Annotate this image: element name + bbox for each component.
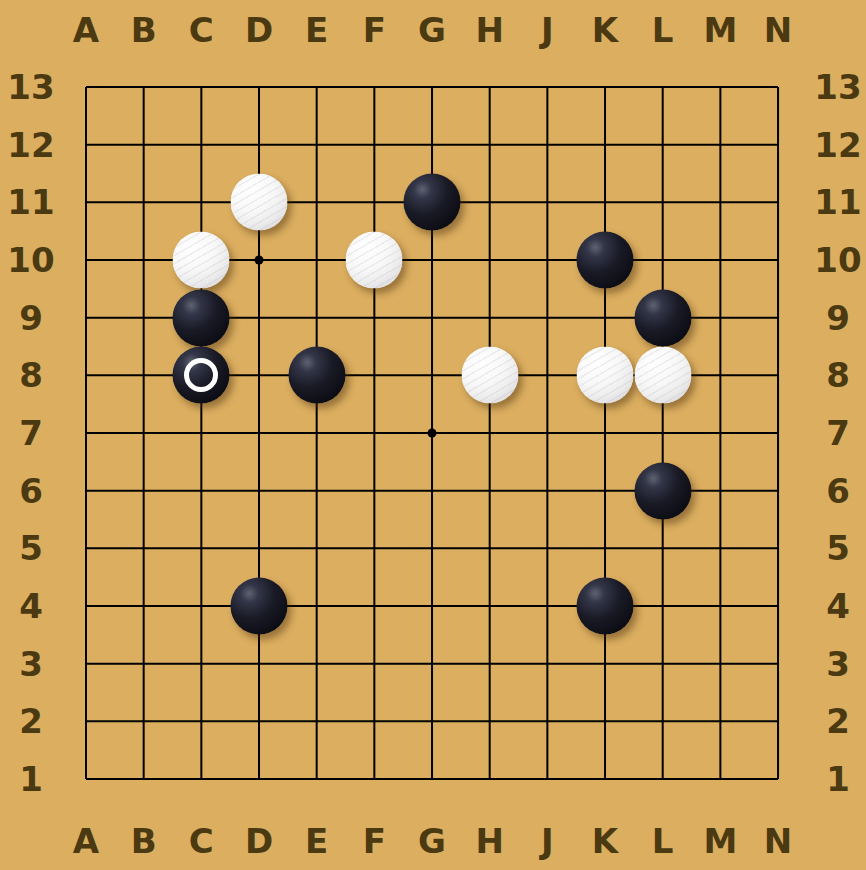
black-stone-D4: ● xyxy=(230,577,287,634)
row-label-left-2: 2 xyxy=(19,704,43,738)
intersection-N1[interactable] xyxy=(749,750,807,808)
col-label-top-D: D xyxy=(245,13,273,47)
white-stone-C10: ○ xyxy=(173,231,230,288)
intersection-G6[interactable] xyxy=(403,462,461,520)
col-label-bottom-L: L xyxy=(652,824,674,858)
intersection-A8[interactable] xyxy=(57,346,115,404)
intersection-N2[interactable] xyxy=(749,692,807,750)
intersection-K7[interactable] xyxy=(576,404,634,462)
intersection-H12[interactable] xyxy=(461,116,519,174)
intersection-A2[interactable] xyxy=(57,692,115,750)
intersection-M3[interactable] xyxy=(691,635,749,693)
row-label-left-11: 11 xyxy=(7,185,54,219)
intersection-H10[interactable] xyxy=(461,231,519,289)
intersection-K11[interactable] xyxy=(576,173,634,231)
last-move-marker xyxy=(184,358,218,392)
intersection-B3[interactable] xyxy=(115,635,173,693)
white-stone-F10: ○ xyxy=(346,231,403,288)
intersection-J3[interactable] xyxy=(518,635,576,693)
intersection-E12[interactable] xyxy=(288,116,346,174)
black-stone-L9: ● xyxy=(634,289,691,346)
intersection-L5[interactable] xyxy=(634,519,692,577)
intersection-G13[interactable] xyxy=(403,58,461,116)
intersection-M7[interactable] xyxy=(691,404,749,462)
intersection-F4[interactable] xyxy=(345,577,403,635)
col-label-bottom-D: D xyxy=(245,824,273,858)
intersection-K3[interactable] xyxy=(576,635,634,693)
col-label-top-H: H xyxy=(475,13,503,47)
col-label-bottom-C: C xyxy=(189,824,214,858)
intersection-A9[interactable] xyxy=(57,289,115,347)
intersection-E2[interactable] xyxy=(288,692,346,750)
intersection-J7[interactable] xyxy=(518,404,576,462)
intersection-A11[interactable] xyxy=(57,173,115,231)
intersection-H7[interactable] xyxy=(461,404,519,462)
black-stone-glyph: ● xyxy=(230,577,287,634)
intersection-C9[interactable]: ● xyxy=(172,289,230,347)
row-label-right-7: 7 xyxy=(826,416,850,450)
black-stone-K10: ● xyxy=(576,231,633,288)
intersection-M9[interactable] xyxy=(691,289,749,347)
intersection-B9[interactable] xyxy=(115,289,173,347)
black-stone-glyph: ● xyxy=(403,174,460,231)
intersection-C1[interactable] xyxy=(172,750,230,808)
row-label-right-1: 1 xyxy=(826,762,850,796)
white-stone-glyph: ○ xyxy=(346,231,403,288)
row-label-left-4: 4 xyxy=(19,589,43,623)
intersection-J2[interactable] xyxy=(518,692,576,750)
white-stone-L8: ○ xyxy=(634,347,691,404)
intersection-C4[interactable] xyxy=(172,577,230,635)
intersection-J8[interactable] xyxy=(518,346,576,404)
black-stone-glyph: ● xyxy=(288,347,345,404)
intersection-C3[interactable] xyxy=(172,635,230,693)
row-label-right-10: 10 xyxy=(814,243,861,277)
intersection-A13[interactable] xyxy=(57,58,115,116)
intersection-B11[interactable] xyxy=(115,173,173,231)
intersection-J12[interactable] xyxy=(518,116,576,174)
intersection-M8[interactable] xyxy=(691,346,749,404)
intersection-B12[interactable] xyxy=(115,116,173,174)
intersection-N9[interactable] xyxy=(749,289,807,347)
intersection-L11[interactable] xyxy=(634,173,692,231)
intersection-F5[interactable] xyxy=(345,519,403,577)
black-stone-glyph: ● xyxy=(173,289,230,346)
intersection-L3[interactable] xyxy=(634,635,692,693)
intersection-D12[interactable] xyxy=(230,116,288,174)
intersection-K4[interactable]: ● xyxy=(576,577,634,635)
white-stone-D11: ○ xyxy=(230,174,287,231)
intersection-J11[interactable] xyxy=(518,173,576,231)
intersection-J5[interactable] xyxy=(518,519,576,577)
intersection-G3[interactable] xyxy=(403,635,461,693)
intersection-D10[interactable] xyxy=(230,231,288,289)
intersection-K2[interactable] xyxy=(576,692,634,750)
black-stone-G11: ● xyxy=(403,174,460,231)
intersection-E3[interactable] xyxy=(288,635,346,693)
intersection-F9[interactable] xyxy=(345,289,403,347)
intersection-N8[interactable] xyxy=(749,346,807,404)
intersection-D3[interactable] xyxy=(230,635,288,693)
intersection-C7[interactable] xyxy=(172,404,230,462)
black-stone-E8: ● xyxy=(288,347,345,404)
row-label-right-3: 3 xyxy=(826,647,850,681)
intersection-A3[interactable] xyxy=(57,635,115,693)
col-label-top-B: B xyxy=(131,13,157,47)
intersection-H1[interactable] xyxy=(461,750,519,808)
intersection-C10[interactable]: ○ xyxy=(172,231,230,289)
intersection-F1[interactable] xyxy=(345,750,403,808)
intersection-D4[interactable]: ● xyxy=(230,577,288,635)
col-label-bottom-N: N xyxy=(764,824,792,858)
intersection-N5[interactable] xyxy=(749,519,807,577)
black-stone-glyph: ● xyxy=(634,289,691,346)
col-label-bottom-A: A xyxy=(73,824,99,858)
white-stone-glyph: ○ xyxy=(173,231,230,288)
intersection-E10[interactable] xyxy=(288,231,346,289)
col-label-bottom-B: B xyxy=(131,824,157,858)
row-label-right-8: 8 xyxy=(826,358,850,392)
white-stone-glyph: ○ xyxy=(634,347,691,404)
intersection-L9[interactable]: ● xyxy=(634,289,692,347)
intersection-A1[interactable] xyxy=(57,750,115,808)
row-label-left-5: 5 xyxy=(19,531,43,565)
intersection-M2[interactable] xyxy=(691,692,749,750)
black-stone-glyph: ● xyxy=(576,577,633,634)
intersection-H9[interactable] xyxy=(461,289,519,347)
intersection-K1[interactable] xyxy=(576,750,634,808)
intersection-D2[interactable] xyxy=(230,692,288,750)
intersection-J9[interactable] xyxy=(518,289,576,347)
intersection-L8[interactable]: ○ xyxy=(634,346,692,404)
intersection-H2[interactable] xyxy=(461,692,519,750)
intersection-E8[interactable]: ● xyxy=(288,346,346,404)
intersection-H5[interactable] xyxy=(461,519,519,577)
intersection-F11[interactable] xyxy=(345,173,403,231)
intersection-K9[interactable] xyxy=(576,289,634,347)
intersection-K8[interactable]: ○ xyxy=(576,346,634,404)
intersection-H6[interactable] xyxy=(461,462,519,520)
intersection-H13[interactable] xyxy=(461,58,519,116)
intersection-N7[interactable] xyxy=(749,404,807,462)
intersection-E11[interactable] xyxy=(288,173,346,231)
intersection-A6[interactable] xyxy=(57,462,115,520)
intersection-D8[interactable] xyxy=(230,346,288,404)
row-label-right-11: 11 xyxy=(814,185,861,219)
row-label-right-2: 2 xyxy=(826,704,850,738)
intersection-D6[interactable] xyxy=(230,462,288,520)
intersection-K13[interactable] xyxy=(576,58,634,116)
col-label-bottom-E: E xyxy=(305,824,328,858)
row-label-left-6: 6 xyxy=(19,474,43,508)
row-label-left-8: 8 xyxy=(19,358,43,392)
white-stone-glyph: ○ xyxy=(230,174,287,231)
intersection-J10[interactable] xyxy=(518,231,576,289)
intersection-H4[interactable] xyxy=(461,577,519,635)
intersection-L13[interactable] xyxy=(634,58,692,116)
black-stone-glyph: ● xyxy=(576,231,633,288)
intersection-C2[interactable] xyxy=(172,692,230,750)
col-label-top-J: J xyxy=(541,13,554,47)
col-label-top-M: M xyxy=(703,13,737,47)
intersection-E9[interactable] xyxy=(288,289,346,347)
row-label-right-4: 4 xyxy=(826,589,850,623)
intersection-H8[interactable]: ○ xyxy=(461,346,519,404)
intersection-N12[interactable] xyxy=(749,116,807,174)
intersection-L12[interactable] xyxy=(634,116,692,174)
white-stone-H8: ○ xyxy=(461,347,518,404)
col-label-top-E: E xyxy=(305,13,328,47)
intersection-A5[interactable] xyxy=(57,519,115,577)
intersection-E7[interactable] xyxy=(288,404,346,462)
intersection-A10[interactable] xyxy=(57,231,115,289)
intersection-G1[interactable] xyxy=(403,750,461,808)
white-stone-K8: ○ xyxy=(576,347,633,404)
intersection-C8[interactable]: ● xyxy=(172,346,230,404)
intersection-A12[interactable] xyxy=(57,116,115,174)
intersection-M11[interactable] xyxy=(691,173,749,231)
intersection-B2[interactable] xyxy=(115,692,173,750)
intersection-G8[interactable] xyxy=(403,346,461,404)
intersection-D1[interactable] xyxy=(230,750,288,808)
intersection-E13[interactable] xyxy=(288,58,346,116)
intersection-B1[interactable] xyxy=(115,750,173,808)
intersection-L6[interactable]: ● xyxy=(634,462,692,520)
intersection-F8[interactable] xyxy=(345,346,403,404)
row-label-right-6: 6 xyxy=(826,474,850,508)
row-label-right-13: 13 xyxy=(814,70,861,104)
intersection-L10[interactable] xyxy=(634,231,692,289)
intersection-C5[interactable] xyxy=(172,519,230,577)
intersection-M6[interactable] xyxy=(691,462,749,520)
intersection-L4[interactable] xyxy=(634,577,692,635)
col-label-bottom-F: F xyxy=(363,824,386,858)
intersection-M4[interactable] xyxy=(691,577,749,635)
white-stone-glyph: ○ xyxy=(576,347,633,404)
intersection-G11[interactable]: ● xyxy=(403,173,461,231)
intersection-N4[interactable] xyxy=(749,577,807,635)
intersection-L2[interactable] xyxy=(634,692,692,750)
star-point-G7 xyxy=(427,428,436,437)
row-label-left-9: 9 xyxy=(19,301,43,335)
intersection-N13[interactable] xyxy=(749,58,807,116)
intersection-C12[interactable] xyxy=(172,116,230,174)
intersection-A4[interactable] xyxy=(57,577,115,635)
intersection-J13[interactable] xyxy=(518,58,576,116)
intersection-F3[interactable] xyxy=(345,635,403,693)
black-stone-C9: ● xyxy=(173,289,230,346)
intersection-G10[interactable] xyxy=(403,231,461,289)
row-label-right-5: 5 xyxy=(826,531,850,565)
row-label-left-12: 12 xyxy=(7,128,54,162)
col-label-top-K: K xyxy=(592,13,618,47)
intersection-G9[interactable] xyxy=(403,289,461,347)
row-label-left-7: 7 xyxy=(19,416,43,450)
intersection-B6[interactable] xyxy=(115,462,173,520)
row-label-right-12: 12 xyxy=(814,128,861,162)
white-stone-glyph: ○ xyxy=(461,347,518,404)
intersection-B4[interactable] xyxy=(115,577,173,635)
intersection-E4[interactable] xyxy=(288,577,346,635)
col-label-bottom-J: J xyxy=(541,824,554,858)
intersection-G2[interactable] xyxy=(403,692,461,750)
intersection-E5[interactable] xyxy=(288,519,346,577)
intersection-H11[interactable] xyxy=(461,173,519,231)
intersection-J6[interactable] xyxy=(518,462,576,520)
intersection-J1[interactable] xyxy=(518,750,576,808)
intersection-N3[interactable] xyxy=(749,635,807,693)
row-label-right-9: 9 xyxy=(826,301,850,335)
col-label-top-L: L xyxy=(652,13,674,47)
intersection-F10[interactable]: ○ xyxy=(345,231,403,289)
intersection-C13[interactable] xyxy=(172,58,230,116)
col-label-bottom-G: G xyxy=(418,824,446,858)
intersection-F12[interactable] xyxy=(345,116,403,174)
intersection-C11[interactable] xyxy=(172,173,230,231)
intersection-K10[interactable]: ● xyxy=(576,231,634,289)
black-stone-K4: ● xyxy=(576,577,633,634)
intersection-F7[interactable] xyxy=(345,404,403,462)
intersection-M1[interactable] xyxy=(691,750,749,808)
black-stone-L6: ● xyxy=(634,462,691,519)
row-label-left-1: 1 xyxy=(19,762,43,796)
go-board: ABCDEFGHJKLMN ABCDEFGHJKLMN 131211109876… xyxy=(0,0,866,870)
intersection-J4[interactable] xyxy=(518,577,576,635)
star-point-D10 xyxy=(254,255,263,264)
intersection-G12[interactable] xyxy=(403,116,461,174)
row-label-left-13: 13 xyxy=(7,70,54,104)
col-label-top-F: F xyxy=(363,13,386,47)
intersection-F2[interactable] xyxy=(345,692,403,750)
intersection-H3[interactable] xyxy=(461,635,519,693)
intersection-K6[interactable] xyxy=(576,462,634,520)
intersection-K12[interactable] xyxy=(576,116,634,174)
intersection-G7[interactable] xyxy=(403,404,461,462)
intersection-G4[interactable] xyxy=(403,577,461,635)
col-label-bottom-K: K xyxy=(592,824,618,858)
intersection-E6[interactable] xyxy=(288,462,346,520)
black-stone-glyph: ● xyxy=(634,462,691,519)
intersection-G5[interactable] xyxy=(403,519,461,577)
intersection-E1[interactable] xyxy=(288,750,346,808)
board-intersections: ○●○○●●●●●○○○●●● xyxy=(57,58,807,808)
intersection-M5[interactable] xyxy=(691,519,749,577)
col-label-top-C: C xyxy=(189,13,214,47)
intersection-F6[interactable] xyxy=(345,462,403,520)
intersection-F13[interactable] xyxy=(345,58,403,116)
intersection-M10[interactable] xyxy=(691,231,749,289)
intersection-D5[interactable] xyxy=(230,519,288,577)
intersection-D13[interactable] xyxy=(230,58,288,116)
row-label-left-3: 3 xyxy=(19,647,43,681)
intersection-N11[interactable] xyxy=(749,173,807,231)
intersection-B10[interactable] xyxy=(115,231,173,289)
intersection-A7[interactable] xyxy=(57,404,115,462)
col-label-top-G: G xyxy=(418,13,446,47)
col-label-top-A: A xyxy=(73,13,99,47)
intersection-L1[interactable] xyxy=(634,750,692,808)
intersection-M13[interactable] xyxy=(691,58,749,116)
col-label-top-N: N xyxy=(764,13,792,47)
row-label-left-10: 10 xyxy=(7,243,54,277)
intersection-B8[interactable] xyxy=(115,346,173,404)
intersection-D9[interactable] xyxy=(230,289,288,347)
intersection-D7[interactable] xyxy=(230,404,288,462)
intersection-D11[interactable]: ○ xyxy=(230,173,288,231)
col-label-bottom-M: M xyxy=(703,824,737,858)
intersection-K5[interactable] xyxy=(576,519,634,577)
intersection-C6[interactable] xyxy=(172,462,230,520)
intersection-N10[interactable] xyxy=(749,231,807,289)
intersection-B13[interactable] xyxy=(115,58,173,116)
intersection-B5[interactable] xyxy=(115,519,173,577)
intersection-L7[interactable] xyxy=(634,404,692,462)
intersection-B7[interactable] xyxy=(115,404,173,462)
intersection-N6[interactable] xyxy=(749,462,807,520)
intersection-M12[interactable] xyxy=(691,116,749,174)
col-label-bottom-H: H xyxy=(475,824,503,858)
